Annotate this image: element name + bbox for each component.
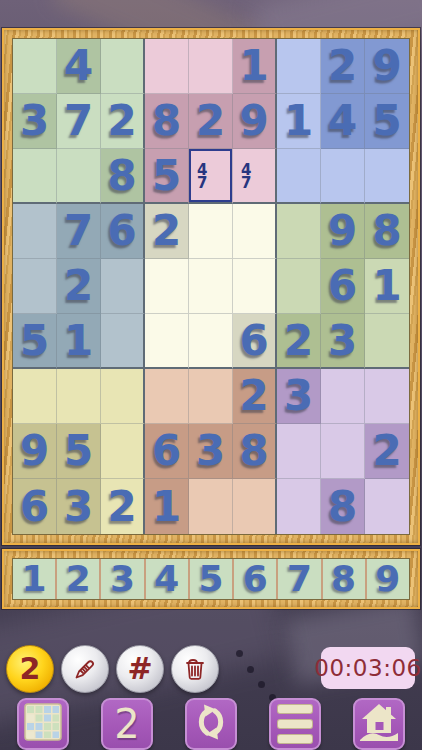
board-wood-frame: 4129372829145854747762982615162323956382… xyxy=(2,28,420,545)
cell-r2c7[interactable]: 1 xyxy=(277,94,321,149)
cell-r4c3[interactable]: 6 xyxy=(101,204,145,259)
given-digit: 2 xyxy=(196,100,225,142)
entered-digit: 2 xyxy=(107,100,136,142)
bottom-button-row: 2 xyxy=(0,698,422,750)
cell-r4c1[interactable] xyxy=(13,204,57,259)
cell-r2c8[interactable]: 4 xyxy=(321,94,365,149)
number-bar-digit-label: 5 xyxy=(198,561,223,597)
given-digit: 1 xyxy=(239,45,268,87)
given-digit: 4 xyxy=(64,45,93,87)
cell-r6c8[interactable]: 3 xyxy=(321,314,365,369)
number-bar-digit-label: 4 xyxy=(154,561,179,597)
cell-r1c9[interactable]: 9 xyxy=(365,39,409,94)
given-digit: 8 xyxy=(372,210,401,252)
board-inner: 4129372829145854747762982615162323956382… xyxy=(12,38,410,535)
active-digit-label: 2 xyxy=(20,654,41,684)
pencil-icon xyxy=(72,656,98,682)
refresh-icon xyxy=(192,703,230,745)
given-digit: 2 xyxy=(64,265,93,307)
number-bar-digit-8[interactable]: 8 xyxy=(323,559,367,599)
cell-r4c7[interactable] xyxy=(277,204,321,259)
cell-r7c3[interactable] xyxy=(101,369,145,424)
cell-r5c7[interactable] xyxy=(277,259,321,314)
given-digit: 5 xyxy=(20,320,49,362)
given-digit: 6 xyxy=(107,210,136,252)
cell-r4c2[interactable]: 7 xyxy=(57,204,101,259)
number-bar-digit-3[interactable]: 3 xyxy=(101,559,145,599)
cell-r8c8[interactable] xyxy=(321,424,365,479)
cell-r8c4[interactable]: 6 xyxy=(145,424,189,479)
sudoku-grid: 4129372829145854747762982615162323956382… xyxy=(13,39,409,534)
number-bar-digit-5[interactable]: 5 xyxy=(190,559,234,599)
given-digit: 8 xyxy=(239,430,268,472)
cell-r7c1[interactable] xyxy=(13,369,57,424)
cell-r9c3[interactable]: 2 xyxy=(101,479,145,534)
number-bar-digit-2[interactable]: 2 xyxy=(57,559,101,599)
mini-grid-icon xyxy=(24,703,62,745)
cell-r3c5[interactable]: 47 xyxy=(189,149,233,204)
cell-r3c7[interactable] xyxy=(277,149,321,204)
digit-2-button[interactable]: 2 xyxy=(101,698,153,750)
cell-r2c4[interactable]: 8 xyxy=(145,94,189,149)
pencil-button[interactable] xyxy=(61,645,109,693)
menu-icon xyxy=(277,704,313,744)
cell-r2c3[interactable]: 2 xyxy=(101,94,145,149)
cell-r6c4[interactable] xyxy=(145,314,189,369)
cell-r2c9[interactable]: 5 xyxy=(365,94,409,149)
cell-r4c4[interactable]: 2 xyxy=(145,204,189,259)
given-digit: 3 xyxy=(284,375,313,417)
cell-r3c3[interactable]: 8 xyxy=(101,149,145,204)
number-bar-wood-frame: 123456789 xyxy=(2,549,420,609)
active-digit-mode-button[interactable]: 2 xyxy=(6,645,54,693)
given-digit: 2 xyxy=(328,45,357,87)
given-digit: 9 xyxy=(20,430,49,472)
given-digit: 5 xyxy=(152,155,181,197)
number-bar-digit-9[interactable]: 9 xyxy=(367,559,409,599)
given-digit: 6 xyxy=(328,265,357,307)
cell-r9c4[interactable]: 1 xyxy=(145,479,189,534)
cell-r1c2[interactable]: 4 xyxy=(57,39,101,94)
menu-button[interactable] xyxy=(269,698,321,750)
cell-r2c6[interactable]: 9 xyxy=(233,94,277,149)
cell-r7c8[interactable] xyxy=(321,369,365,424)
trash-icon xyxy=(182,656,208,682)
cell-r5c6[interactable] xyxy=(233,259,277,314)
number-bar-digit-label: 6 xyxy=(243,561,268,597)
cell-r3c2[interactable] xyxy=(57,149,101,204)
board-select-button[interactable] xyxy=(17,698,69,750)
cell-r6c7[interactable]: 2 xyxy=(277,314,321,369)
pencil-notes: 47 xyxy=(197,164,207,190)
given-digit: 3 xyxy=(196,430,225,472)
cell-r1c5[interactable] xyxy=(189,39,233,94)
erase-button[interactable] xyxy=(171,645,219,693)
cell-r5c4[interactable] xyxy=(145,259,189,314)
entered-digit: 1 xyxy=(284,100,313,142)
given-digit: 9 xyxy=(239,100,268,142)
cell-r6c1[interactable]: 5 xyxy=(13,314,57,369)
entered-digit: 2 xyxy=(107,486,136,528)
note-mode-button[interactable]: # xyxy=(116,645,164,693)
cell-r1c8[interactable]: 2 xyxy=(321,39,365,94)
cell-r7c7[interactable]: 3 xyxy=(277,369,321,424)
cell-r7c2[interactable] xyxy=(57,369,101,424)
number-bar-digit-label: 2 xyxy=(66,561,91,597)
number-bar-digit-label: 7 xyxy=(287,561,312,597)
background-dot xyxy=(236,650,243,657)
entered-digit: 1 xyxy=(372,265,401,307)
cell-r1c6[interactable]: 1 xyxy=(233,39,277,94)
cell-r9c5[interactable] xyxy=(189,479,233,534)
cell-r4c8[interactable]: 9 xyxy=(321,204,365,259)
cell-r2c2[interactable]: 7 xyxy=(57,94,101,149)
given-digit: 6 xyxy=(152,430,181,472)
hash-icon: # xyxy=(127,654,152,684)
cell-r9c1[interactable]: 6 xyxy=(13,479,57,534)
cell-r7c5[interactable] xyxy=(189,369,233,424)
restart-button[interactable] xyxy=(185,698,237,750)
given-digit: 5 xyxy=(64,430,93,472)
cell-r1c7[interactable] xyxy=(277,39,321,94)
given-digit: 1 xyxy=(152,486,181,528)
given-digit: 2 xyxy=(284,320,313,362)
given-digit: 8 xyxy=(107,155,136,197)
number-bar-digit-label: 1 xyxy=(22,561,47,597)
background-dot xyxy=(247,666,254,673)
given-digit: 9 xyxy=(372,45,401,87)
cell-r5c9[interactable]: 1 xyxy=(365,259,409,314)
cell-r8c6[interactable]: 8 xyxy=(233,424,277,479)
cell-r9c7[interactable] xyxy=(277,479,321,534)
given-digit: 6 xyxy=(20,486,49,528)
number-bar-digit-label: 8 xyxy=(331,561,356,597)
number-bar: 123456789 xyxy=(12,558,410,600)
given-digit: 7 xyxy=(64,210,93,252)
cell-r8c2[interactable]: 5 xyxy=(57,424,101,479)
given-digit: 2 xyxy=(372,430,401,472)
cell-r3c1[interactable] xyxy=(13,149,57,204)
cell-r5c8[interactable]: 6 xyxy=(321,259,365,314)
cell-r2c5[interactable]: 2 xyxy=(189,94,233,149)
given-digit: 1 xyxy=(64,320,93,362)
given-digit: 2 xyxy=(152,210,181,252)
cell-r6c3[interactable] xyxy=(101,314,145,369)
given-digit: 8 xyxy=(152,100,181,142)
cell-r3c6[interactable]: 47 xyxy=(233,149,277,204)
given-digit: 9 xyxy=(328,210,357,252)
given-digit: 6 xyxy=(239,320,268,362)
cell-r4c6[interactable] xyxy=(233,204,277,259)
cell-r5c1[interactable] xyxy=(13,259,57,314)
cell-r1c3[interactable] xyxy=(101,39,145,94)
cell-r6c2[interactable]: 1 xyxy=(57,314,101,369)
number-bar-digit-label: 9 xyxy=(375,561,400,597)
number-bar-digit-label: 3 xyxy=(110,561,135,597)
cell-r4c9[interactable]: 8 xyxy=(365,204,409,259)
cell-r9c9[interactable] xyxy=(365,479,409,534)
given-digit: 2 xyxy=(239,375,268,417)
home-icon xyxy=(359,702,399,746)
pencil-notes: 47 xyxy=(241,164,251,190)
cell-r8c3[interactable] xyxy=(101,424,145,479)
given-digit: 4 xyxy=(328,100,357,142)
cell-r3c8[interactable] xyxy=(321,149,365,204)
cell-r9c6[interactable] xyxy=(233,479,277,534)
cell-r1c1[interactable] xyxy=(13,39,57,94)
cell-r9c8[interactable]: 8 xyxy=(321,479,365,534)
cell-r8c1[interactable]: 9 xyxy=(13,424,57,479)
cell-r8c5[interactable]: 3 xyxy=(189,424,233,479)
home-button[interactable] xyxy=(353,698,405,750)
number-bar-digit-6[interactable]: 6 xyxy=(234,559,278,599)
number-bar-digit-4[interactable]: 4 xyxy=(146,559,190,599)
given-digit: 3 xyxy=(328,320,357,362)
background-dot xyxy=(258,681,265,688)
cell-r9c2[interactable]: 3 xyxy=(57,479,101,534)
digit-2-label: 2 xyxy=(114,704,139,744)
cell-r5c5[interactable] xyxy=(189,259,233,314)
cell-r6c5[interactable] xyxy=(189,314,233,369)
cell-r8c9[interactable]: 2 xyxy=(365,424,409,479)
cell-r1c4[interactable] xyxy=(145,39,189,94)
cell-r7c6[interactable]: 2 xyxy=(233,369,277,424)
cell-r2c1[interactable]: 3 xyxy=(13,94,57,149)
timer-display: 00:03:06 xyxy=(321,647,415,689)
given-digit: 3 xyxy=(20,100,49,142)
cell-r6c9[interactable] xyxy=(365,314,409,369)
given-digit: 8 xyxy=(328,486,357,528)
cell-r5c3[interactable] xyxy=(101,259,145,314)
given-digit: 5 xyxy=(372,100,401,142)
cell-r8c7[interactable] xyxy=(277,424,321,479)
cell-r7c4[interactable] xyxy=(145,369,189,424)
number-bar-digit-7[interactable]: 7 xyxy=(278,559,322,599)
number-bar-digit-1[interactable]: 1 xyxy=(13,559,57,599)
cell-r7c9[interactable] xyxy=(365,369,409,424)
given-digit: 3 xyxy=(64,486,93,528)
cell-r6c6[interactable]: 6 xyxy=(233,314,277,369)
tool-circle-row: 2 # xyxy=(6,645,219,693)
cell-r3c9[interactable] xyxy=(365,149,409,204)
cell-r3c4[interactable]: 5 xyxy=(145,149,189,204)
cell-r4c5[interactable] xyxy=(189,204,233,259)
cell-r5c2[interactable]: 2 xyxy=(57,259,101,314)
entered-digit: 7 xyxy=(64,100,93,142)
